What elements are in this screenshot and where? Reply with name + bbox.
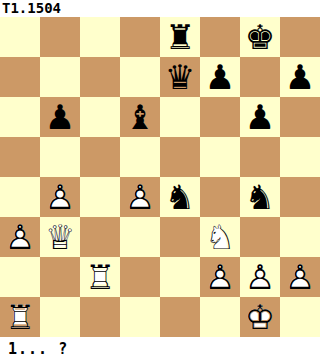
square-e4[interactable]: ♞ (160, 177, 200, 217)
square-e1[interactable] (160, 297, 200, 337)
piece-outline: ♘ (200, 217, 240, 257)
square-e8[interactable]: ♜ (160, 17, 200, 57)
square-a7[interactable] (0, 57, 40, 97)
piece-black-pawn: ♟ (240, 97, 280, 137)
piece-fill: ♞ (240, 177, 280, 217)
piece-white-pawn: ♟♙ (40, 177, 80, 217)
piece-outline: ♙ (120, 177, 160, 217)
square-d5[interactable] (120, 137, 160, 177)
square-g1[interactable]: ♚♔ (240, 297, 280, 337)
square-g4[interactable]: ♞ (240, 177, 280, 217)
piece-fill: ♟ (40, 97, 80, 137)
square-f1[interactable] (200, 297, 240, 337)
square-g3[interactable] (240, 217, 280, 257)
square-c6[interactable] (80, 97, 120, 137)
square-f8[interactable] (200, 17, 240, 57)
piece-white-pawn: ♟♙ (200, 257, 240, 297)
square-g5[interactable] (240, 137, 280, 177)
piece-outline: ♙ (0, 217, 40, 257)
piece-fill: ♟ (280, 57, 320, 97)
piece-outline: ♙ (240, 257, 280, 297)
piece-white-pawn: ♟♙ (280, 257, 320, 297)
piece-outline: ♙ (40, 177, 80, 217)
square-a2[interactable] (0, 257, 40, 297)
piece-white-knight: ♞♘ (200, 217, 240, 257)
piece-outline: ♙ (200, 257, 240, 297)
square-b5[interactable] (40, 137, 80, 177)
square-c8[interactable] (80, 17, 120, 57)
square-f7[interactable]: ♟ (200, 57, 240, 97)
move-prompt: 1... ? (0, 340, 68, 358)
square-e7[interactable]: ♛ (160, 57, 200, 97)
piece-fill: ♟ (200, 57, 240, 97)
piece-black-rook: ♜ (160, 17, 200, 57)
status-bar: 1... ? (0, 337, 320, 360)
piece-outline: ♙ (280, 257, 320, 297)
piece-outline: ♖ (0, 297, 40, 337)
piece-black-knight: ♞ (240, 177, 280, 217)
square-f3[interactable]: ♞♘ (200, 217, 240, 257)
square-d4[interactable]: ♟♙ (120, 177, 160, 217)
square-f6[interactable] (200, 97, 240, 137)
square-e2[interactable] (160, 257, 200, 297)
piece-fill: ♝ (120, 97, 160, 137)
square-h3[interactable] (280, 217, 320, 257)
square-f2[interactable]: ♟♙ (200, 257, 240, 297)
piece-black-bishop: ♝ (120, 97, 160, 137)
piece-fill: ♞ (160, 177, 200, 217)
square-g7[interactable] (240, 57, 280, 97)
piece-outline: ♔ (240, 297, 280, 337)
square-b4[interactable]: ♟♙ (40, 177, 80, 217)
square-d7[interactable] (120, 57, 160, 97)
piece-fill: ♟ (240, 97, 280, 137)
square-e6[interactable] (160, 97, 200, 137)
square-b2[interactable] (40, 257, 80, 297)
square-b8[interactable] (40, 17, 80, 57)
square-a8[interactable] (0, 17, 40, 57)
square-g8[interactable]: ♚ (240, 17, 280, 57)
square-e3[interactable] (160, 217, 200, 257)
square-c5[interactable] (80, 137, 120, 177)
square-a3[interactable]: ♟♙ (0, 217, 40, 257)
square-h1[interactable] (280, 297, 320, 337)
piece-fill: ♚ (240, 17, 280, 57)
piece-black-knight: ♞ (160, 177, 200, 217)
piece-outline: ♖ (80, 257, 120, 297)
chess-trainer-window: T1.1504 ♜♚♛♟♟♟♝♟♟♙♟♙♞♞♟♙♛♕♞♘♜♖♟♙♟♙♟♙♜♖♚♔… (0, 0, 320, 360)
square-c4[interactable] (80, 177, 120, 217)
square-a1[interactable]: ♜♖ (0, 297, 40, 337)
piece-black-king: ♚ (240, 17, 280, 57)
square-c2[interactable]: ♜♖ (80, 257, 120, 297)
square-f5[interactable] (200, 137, 240, 177)
piece-outline: ♕ (40, 217, 80, 257)
piece-white-queen: ♛♕ (40, 217, 80, 257)
square-d1[interactable] (120, 297, 160, 337)
square-h8[interactable] (280, 17, 320, 57)
square-a4[interactable] (0, 177, 40, 217)
piece-white-rook: ♜♖ (0, 297, 40, 337)
square-g2[interactable]: ♟♙ (240, 257, 280, 297)
piece-white-pawn: ♟♙ (240, 257, 280, 297)
square-d3[interactable] (120, 217, 160, 257)
square-h5[interactable] (280, 137, 320, 177)
square-b7[interactable] (40, 57, 80, 97)
square-h7[interactable]: ♟ (280, 57, 320, 97)
puzzle-id: T1.1504 (0, 0, 61, 16)
piece-white-rook: ♜♖ (80, 257, 120, 297)
piece-black-pawn: ♟ (40, 97, 80, 137)
square-h6[interactable] (280, 97, 320, 137)
square-h2[interactable]: ♟♙ (280, 257, 320, 297)
square-c1[interactable] (80, 297, 120, 337)
square-d8[interactable] (120, 17, 160, 57)
square-d2[interactable] (120, 257, 160, 297)
square-b3[interactable]: ♛♕ (40, 217, 80, 257)
piece-white-pawn: ♟♙ (120, 177, 160, 217)
square-g6[interactable]: ♟ (240, 97, 280, 137)
piece-fill: ♜ (160, 17, 200, 57)
square-b1[interactable] (40, 297, 80, 337)
square-a6[interactable] (0, 97, 40, 137)
square-f4[interactable] (200, 177, 240, 217)
piece-black-pawn: ♟ (200, 57, 240, 97)
piece-black-pawn: ♟ (280, 57, 320, 97)
square-c3[interactable] (80, 217, 120, 257)
piece-black-queen: ♛ (160, 57, 200, 97)
piece-fill: ♛ (160, 57, 200, 97)
square-d6[interactable]: ♝ (120, 97, 160, 137)
square-b6[interactable]: ♟ (40, 97, 80, 137)
chess-board: ♜♚♛♟♟♟♝♟♟♙♟♙♞♞♟♙♛♕♞♘♜♖♟♙♟♙♟♙♜♖♚♔ (0, 17, 320, 337)
piece-white-pawn: ♟♙ (0, 217, 40, 257)
piece-white-king: ♚♔ (240, 297, 280, 337)
square-c7[interactable] (80, 57, 120, 97)
title-bar: T1.1504 (0, 0, 320, 17)
square-e5[interactable] (160, 137, 200, 177)
square-a5[interactable] (0, 137, 40, 177)
square-h4[interactable] (280, 177, 320, 217)
